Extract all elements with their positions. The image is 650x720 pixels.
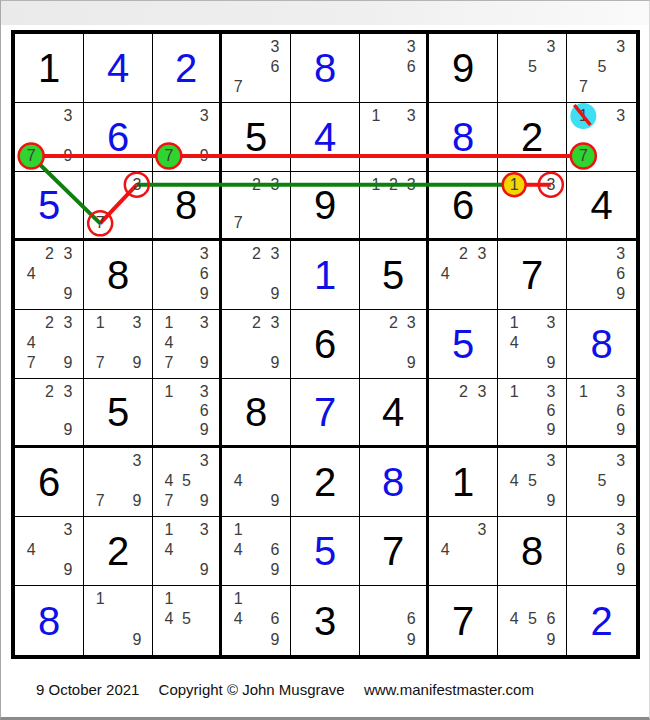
pencil-mark: 9 — [59, 560, 77, 580]
pencil-mark: 2 — [385, 313, 403, 333]
solved-digit: 5 — [291, 517, 359, 585]
pencil-mark: 3 — [266, 313, 284, 333]
cell-r7c9[interactable]: 359 — [567, 448, 636, 517]
pencil-grid: 234 — [429, 241, 497, 309]
cell-r3c8[interactable]: 13 — [498, 172, 567, 241]
pencil-mark: 9 — [266, 284, 284, 304]
pencil-mark: 6 — [266, 57, 284, 77]
pencil-grid: 13 — [498, 172, 566, 238]
given-digit: 6 — [15, 448, 83, 516]
pencil-mark: 1 — [505, 313, 523, 333]
pencil-mark: 5 — [523, 471, 541, 491]
pencil-mark: 3 — [542, 313, 560, 333]
pencil-mark: 9 — [266, 630, 284, 650]
pencil-mark: 3 — [59, 520, 77, 540]
cell-r4c9[interactable]: 369 — [567, 241, 636, 310]
pencil-mark: 5 — [593, 471, 612, 491]
pencil-mark: 3 — [195, 382, 213, 401]
given-digit: 7 — [360, 517, 426, 585]
cell-r5c9[interactable]: 8 — [567, 310, 636, 379]
cell-r3c7[interactable]: 6 — [429, 172, 498, 241]
pencil-grid: 379 — [153, 103, 219, 171]
pencil-grid: 3459 — [498, 448, 566, 516]
pencil-mark: 3 — [473, 382, 491, 401]
pencil-mark: 6 — [195, 401, 213, 420]
pencil-mark: 6 — [611, 264, 630, 284]
given-digit: 5 — [222, 103, 290, 171]
pencil-mark: 1 — [160, 589, 178, 609]
pencil-mark: 3 — [59, 244, 77, 264]
cell-r1c6[interactable]: 36 — [360, 34, 429, 103]
pencil-mark: 4 — [505, 333, 523, 353]
pencil-mark: 9 — [128, 630, 146, 650]
given-digit: 6 — [429, 172, 497, 238]
pencil-mark: 5 — [523, 57, 541, 77]
solved-digit: 7 — [291, 379, 359, 445]
pencil-mark: 6 — [611, 540, 630, 560]
pencil-mark: 6 — [266, 540, 284, 560]
cell-r6c9[interactable]: 1369 — [567, 379, 636, 448]
cell-r4c8[interactable]: 7 — [498, 241, 567, 310]
pencil-grid: 23 — [429, 379, 497, 445]
pencil-mark: 3 — [128, 451, 146, 471]
pencil-mark: 9 — [195, 421, 213, 440]
cell-r1c5[interactable]: 8 — [291, 34, 360, 103]
pencil-mark: 9 — [266, 353, 284, 373]
cell-r7c4[interactable]: 49 — [222, 448, 291, 517]
pencil-mark: 3 — [542, 451, 560, 471]
pencil-mark: 3 — [402, 175, 420, 194]
given-digit: 3 — [291, 586, 359, 655]
pencil-mark: 3 — [266, 37, 284, 57]
pencil-mark: 9 — [266, 491, 284, 511]
pencil-mark: 3 — [128, 313, 146, 333]
pencil-mark: 4 — [436, 264, 454, 284]
pencil-mark: 7 — [91, 353, 109, 373]
solved-digit: 2 — [567, 586, 636, 655]
cell-r4c7[interactable]: 234 — [429, 241, 498, 310]
cell-r1c9[interactable]: 357 — [567, 34, 636, 103]
cell-r7c1[interactable]: 6 — [15, 448, 84, 517]
cell-r6c6[interactable]: 4 — [360, 379, 429, 448]
given-digit: 2 — [291, 448, 359, 516]
cell-r7c8[interactable]: 3459 — [498, 448, 567, 517]
cell-r8c5[interactable]: 5 — [291, 517, 360, 586]
pencil-mark: 3 — [611, 244, 630, 264]
cell-r7c7[interactable]: 1 — [429, 448, 498, 517]
pencil-grid: 1349 — [498, 310, 566, 378]
cell-r2c2[interactable]: 6 — [84, 103, 153, 172]
footer: 9 October 2021 Copyright © John Musgrave… — [36, 681, 636, 698]
cell-r7c6[interactable]: 8 — [360, 448, 429, 517]
pencil-mark: 9 — [59, 146, 77, 166]
pencil-grid: 239 — [222, 241, 290, 309]
pencil-mark: 9 — [195, 353, 213, 373]
pencil-mark: 2 — [454, 382, 472, 401]
cell-r3c5[interactable]: 9 — [291, 172, 360, 241]
cell-r3c9[interactable]: 4 — [567, 172, 636, 241]
window-titlebar — [1, 1, 649, 25]
pencil-mark: 1 — [229, 589, 247, 609]
pencil-grid: 19 — [84, 586, 152, 655]
pencil-mark: 1 — [505, 175, 523, 194]
cell-r8c8[interactable]: 8 — [498, 517, 567, 586]
cell-r3c4[interactable]: 237 — [222, 172, 291, 241]
pencil-grid: 239 — [15, 379, 83, 445]
pencil-grid: 369 — [567, 517, 636, 585]
pencil-mark: 9 — [128, 491, 146, 511]
cell-r2c3[interactable]: 379 — [153, 103, 222, 172]
pencil-grid: 1469 — [222, 586, 290, 655]
pencil-mark: 9 — [542, 353, 560, 373]
cell-r8c9[interactable]: 369 — [567, 517, 636, 586]
pencil-mark: 7 — [229, 214, 247, 233]
cell-r9c6[interactable]: 69 — [360, 586, 429, 655]
pencil-mark: 9 — [542, 421, 560, 440]
pencil-grid: 23479 — [15, 310, 83, 378]
pencil-grid: 1369 — [498, 379, 566, 445]
pencil-mark: 3 — [59, 106, 77, 126]
pencil-mark: 4 — [160, 609, 178, 629]
given-digit: 8 — [222, 379, 290, 445]
pencil-grid: 123 — [360, 172, 426, 238]
cell-r1c3[interactable]: 2 — [153, 34, 222, 103]
pencil-mark: 7 — [574, 146, 593, 166]
solved-digit: 6 — [84, 103, 152, 171]
pencil-grid: 1369 — [567, 379, 636, 445]
cell-r4c2[interactable]: 8 — [84, 241, 153, 310]
pencil-mark: 2 — [247, 244, 265, 264]
pencil-mark: 9 — [611, 284, 630, 304]
cell-r3c1[interactable]: 5 — [15, 172, 84, 241]
pencil-mark: 1 — [574, 106, 593, 126]
pencil-grid: 69 — [360, 586, 426, 655]
cell-r3c2[interactable]: 37 — [84, 172, 153, 241]
cell-r1c7[interactable]: 9 — [429, 34, 498, 103]
footer-date: 9 October 2021 — [36, 681, 139, 698]
pencil-mark: 2 — [40, 313, 58, 333]
pencil-mark: 3 — [542, 175, 560, 194]
pencil-grid: 239 — [222, 310, 290, 378]
given-digit: 8 — [498, 517, 566, 585]
cell-r1c2[interactable]: 4 — [84, 34, 153, 103]
pencil-mark: 7 — [91, 214, 109, 233]
pencil-grid: 349 — [15, 517, 83, 585]
pencil-mark: 3 — [611, 37, 630, 57]
cell-r2c5[interactable]: 4 — [291, 103, 360, 172]
cell-r2c6[interactable]: 13 — [360, 103, 429, 172]
cell-r4c4[interactable]: 239 — [222, 241, 291, 310]
solved-digit: 2 — [153, 34, 219, 102]
given-digit: 4 — [360, 379, 426, 445]
pencil-mark: 5 — [593, 57, 612, 77]
pencil-mark: 3 — [402, 37, 420, 57]
pencil-grid: 1369 — [153, 379, 219, 445]
pencil-mark: 3 — [128, 175, 146, 194]
pencil-mark: 1 — [574, 382, 593, 401]
pencil-mark: 3 — [59, 313, 77, 333]
pencil-mark: 4 — [22, 264, 40, 284]
given-digit: 2 — [498, 103, 566, 171]
pencil-mark: 1 — [505, 382, 523, 401]
pencil-mark: 6 — [611, 401, 630, 420]
pencil-mark: 9 — [611, 491, 630, 511]
cell-r6c5[interactable]: 7 — [291, 379, 360, 448]
pencil-mark: 9 — [195, 146, 213, 166]
given-digit: 8 — [153, 172, 219, 238]
pencil-grid: 137 — [567, 103, 636, 171]
pencil-mark: 3 — [402, 106, 420, 126]
pencil-mark: 2 — [247, 175, 265, 194]
solved-digit: 8 — [15, 586, 83, 655]
solved-digit: 5 — [429, 310, 497, 378]
pencil-mark: 4 — [229, 540, 247, 560]
pencil-mark: 3 — [266, 244, 284, 264]
pencil-mark: 9 — [59, 353, 77, 373]
cell-r2c1[interactable]: 379 — [15, 103, 84, 172]
cell-r6c4[interactable]: 8 — [222, 379, 291, 448]
solved-digit: 1 — [291, 241, 359, 309]
pencil-mark: 2 — [454, 244, 472, 264]
cell-r4c3[interactable]: 369 — [153, 241, 222, 310]
cell-r8c7[interactable]: 34 — [429, 517, 498, 586]
cell-r7c2[interactable]: 379 — [84, 448, 153, 517]
cell-r6c2[interactable]: 5 — [84, 379, 153, 448]
pencil-grid: 357 — [567, 34, 636, 102]
pencil-mark: 9 — [611, 560, 630, 580]
pencil-mark: 3 — [402, 313, 420, 333]
given-digit: 5 — [84, 379, 152, 445]
pencil-mark: 9 — [59, 421, 77, 440]
pencil-mark: 3 — [611, 520, 630, 540]
pencil-mark: 1 — [91, 589, 109, 609]
pencil-mark: 9 — [542, 491, 560, 511]
pencil-grid: 359 — [567, 448, 636, 516]
pencil-mark: 3 — [195, 451, 213, 471]
pencil-mark: 9 — [128, 353, 146, 373]
pencil-mark: 1 — [160, 382, 178, 401]
pencil-mark: 6 — [542, 609, 560, 629]
footer-copyright: Copyright © John Musgrave — [159, 681, 345, 698]
pencil-mark: 7 — [22, 353, 40, 373]
pencil-grid: 379 — [84, 448, 152, 516]
cell-r8c1[interactable]: 349 — [15, 517, 84, 586]
cell-r6c8[interactable]: 1369 — [498, 379, 567, 448]
cell-r2c4[interactable]: 5 — [222, 103, 291, 172]
pencil-mark: 4 — [436, 540, 454, 560]
cell-r5c5[interactable]: 6 — [291, 310, 360, 379]
pencil-mark: 9 — [266, 560, 284, 580]
pencil-mark: 4 — [229, 609, 247, 629]
pencil-mark: 3 — [195, 106, 213, 126]
pencil-mark: 4 — [505, 471, 523, 491]
pencil-mark: 4 — [160, 333, 178, 353]
cell-r8c4[interactable]: 1469 — [222, 517, 291, 586]
pencil-mark: 5 — [178, 609, 196, 629]
pencil-mark: 3 — [195, 520, 213, 540]
cell-r5c4[interactable]: 239 — [222, 310, 291, 379]
pencil-mark: 6 — [402, 609, 420, 629]
pencil-mark: 3 — [542, 37, 560, 57]
pencil-grid: 1349 — [153, 517, 219, 585]
pencil-mark: 5 — [523, 609, 541, 629]
pencil-mark: 6 — [402, 57, 420, 77]
given-digit: 5 — [360, 241, 426, 309]
pencil-mark: 9 — [59, 284, 77, 304]
cell-r9c2[interactable]: 19 — [84, 586, 153, 655]
pencil-mark: 6 — [266, 609, 284, 629]
cell-r7c3[interactable]: 34579 — [153, 448, 222, 517]
cell-r6c7[interactable]: 23 — [429, 379, 498, 448]
pencil-mark: 3 — [611, 106, 630, 126]
pencil-grid: 13 — [360, 103, 426, 171]
cell-r9c3[interactable]: 145 — [153, 586, 222, 655]
solved-digit: 4 — [84, 34, 152, 102]
pencil-mark: 6 — [195, 264, 213, 284]
cell-r5c7[interactable]: 5 — [429, 310, 498, 379]
pencil-mark: 7 — [22, 146, 40, 166]
cell-r9c9[interactable]: 2 — [567, 586, 636, 655]
pencil-mark: 4 — [22, 333, 40, 353]
pencil-grid: 239 — [360, 310, 426, 378]
cell-r8c3[interactable]: 1349 — [153, 517, 222, 586]
given-digit: 1 — [15, 34, 83, 102]
pencil-mark: 1 — [91, 313, 109, 333]
solved-digit: 4 — [291, 103, 359, 171]
pencil-mark: 9 — [542, 630, 560, 650]
pencil-grid: 37 — [84, 172, 152, 238]
cell-r1c1[interactable]: 1 — [15, 34, 84, 103]
given-digit: 8 — [84, 241, 152, 309]
pencil-mark: 2 — [40, 382, 58, 401]
cell-r4c5[interactable]: 1 — [291, 241, 360, 310]
pencil-mark: 3 — [542, 382, 560, 401]
pencil-mark: 7 — [160, 491, 178, 511]
pencil-mark: 1 — [367, 175, 385, 194]
given-digit: 7 — [429, 586, 497, 655]
given-digit: 9 — [291, 172, 359, 238]
cell-r6c3[interactable]: 1369 — [153, 379, 222, 448]
pencil-mark: 4 — [505, 609, 523, 629]
pencil-grid: 369 — [567, 241, 636, 309]
given-digit: 1 — [429, 448, 497, 516]
pencil-mark: 1 — [160, 313, 178, 333]
cell-r3c3[interactable]: 8 — [153, 172, 222, 241]
pencil-mark: 3 — [473, 520, 491, 540]
cell-r5c6[interactable]: 239 — [360, 310, 429, 379]
pencil-mark: 7 — [91, 491, 109, 511]
cell-r9c7[interactable]: 7 — [429, 586, 498, 655]
cell-r5c8[interactable]: 1349 — [498, 310, 567, 379]
pencil-mark: 7 — [229, 77, 247, 97]
cell-r5c2[interactable]: 1379 — [84, 310, 153, 379]
pencil-grid: 367 — [222, 34, 290, 102]
pencil-mark: 3 — [473, 244, 491, 264]
pencil-grid: 145 — [153, 586, 219, 655]
given-digit: 7 — [498, 241, 566, 309]
pencil-mark: 7 — [574, 77, 593, 97]
pencil-grid: 1469 — [222, 517, 290, 585]
cell-r6c1[interactable]: 239 — [15, 379, 84, 448]
pencil-mark: 3 — [611, 382, 630, 401]
pencil-mark: 5 — [178, 471, 196, 491]
cell-r2c8[interactable]: 2 — [498, 103, 567, 172]
solved-digit: 8 — [291, 34, 359, 102]
sudoku-board: 1423678369353573796379541382137537823791… — [11, 30, 640, 659]
cell-r3c6[interactable]: 123 — [360, 172, 429, 241]
pencil-mark: 2 — [385, 175, 403, 194]
cell-r8c2[interactable]: 2 — [84, 517, 153, 586]
solved-digit: 8 — [360, 448, 426, 516]
pencil-mark: 4 — [160, 540, 178, 560]
pencil-mark: 3 — [195, 313, 213, 333]
pencil-mark: 3 — [59, 382, 77, 401]
given-digit: 9 — [429, 34, 497, 102]
pencil-grid: 36 — [360, 34, 426, 102]
cell-r7c5[interactable]: 2 — [291, 448, 360, 517]
cell-r4c6[interactable]: 5 — [360, 241, 429, 310]
pencil-mark: 4 — [22, 540, 40, 560]
pencil-mark: 6 — [542, 401, 560, 420]
cell-r8c6[interactable]: 7 — [360, 517, 429, 586]
given-digit: 4 — [567, 172, 636, 238]
cell-r1c8[interactable]: 35 — [498, 34, 567, 103]
pencil-mark: 9 — [195, 560, 213, 580]
pencil-mark: 9 — [195, 284, 213, 304]
given-digit: 2 — [84, 517, 152, 585]
cell-r9c5[interactable]: 3 — [291, 586, 360, 655]
footer-website: www.manifestmaster.com — [364, 681, 534, 698]
pencil-mark: 9 — [195, 491, 213, 511]
pencil-grid: 369 — [153, 241, 219, 309]
cell-r2c9[interactable]: 137 — [567, 103, 636, 172]
cell-r2c7[interactable]: 8 — [429, 103, 498, 172]
cell-r9c4[interactable]: 1469 — [222, 586, 291, 655]
pencil-grid: 35 — [498, 34, 566, 102]
pencil-mark: 1 — [160, 520, 178, 540]
cell-r1c4[interactable]: 367 — [222, 34, 291, 103]
pencil-grid: 2349 — [15, 241, 83, 309]
pencil-mark: 3 — [195, 244, 213, 264]
pencil-grid: 34 — [429, 517, 497, 585]
pencil-mark: 3 — [266, 175, 284, 194]
pencil-grid: 237 — [222, 172, 290, 238]
pencil-grid: 49 — [222, 448, 290, 516]
pencil-grid: 13479 — [153, 310, 219, 378]
pencil-mark: 9 — [611, 421, 630, 440]
pencil-mark: 9 — [402, 353, 420, 373]
solved-digit: 8 — [567, 310, 636, 378]
pencil-mark: 1 — [367, 106, 385, 126]
pencil-mark: 3 — [611, 451, 630, 471]
pencil-mark: 2 — [247, 313, 265, 333]
pencil-mark: 7 — [160, 353, 178, 373]
cell-r5c3[interactable]: 13479 — [153, 310, 222, 379]
pencil-mark: 4 — [229, 471, 247, 491]
cell-r9c8[interactable]: 4569 — [498, 586, 567, 655]
pencil-mark: 7 — [160, 146, 178, 166]
cell-r4c1[interactable]: 2349 — [15, 241, 84, 310]
cell-r5c1[interactable]: 23479 — [15, 310, 84, 379]
pencil-mark: 2 — [40, 244, 58, 264]
pencil-grid: 379 — [15, 103, 83, 171]
pencil-grid: 4569 — [498, 586, 566, 655]
cell-r9c1[interactable]: 8 — [15, 586, 84, 655]
pencil-grid: 1379 — [84, 310, 152, 378]
given-digit: 6 — [291, 310, 359, 378]
pencil-mark: 9 — [402, 630, 420, 650]
solved-digit: 5 — [15, 172, 83, 238]
